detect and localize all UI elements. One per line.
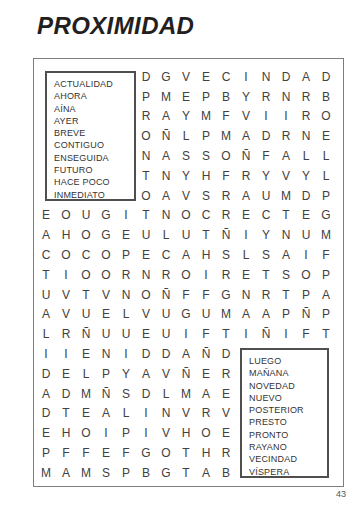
letter-cell: B (216, 463, 236, 483)
letter-cell: Ñ (236, 146, 256, 166)
letter-cell: I (56, 265, 76, 285)
letter-cell: L (236, 245, 256, 265)
letter-cell: U (196, 305, 216, 325)
letter-cell: U (76, 305, 96, 325)
letter-cell: N (156, 166, 176, 186)
letter-cell: D (136, 384, 156, 404)
letter-cell: I (96, 423, 116, 443)
letter-cell: A (36, 225, 56, 245)
letter-cell: L (156, 384, 176, 404)
letter-cell: D (296, 186, 316, 206)
letter-cell: Y (296, 166, 316, 186)
letter-cell: A (196, 384, 216, 404)
letter-cell: C (156, 245, 176, 265)
word-list-top: ACTUALIDADAHORAAÍNAAYERBREVECONTIGUOENSE… (47, 73, 134, 201)
letter-cell: H (56, 423, 76, 443)
letter-cell: F (176, 285, 196, 305)
letter-cell: R (296, 87, 316, 107)
letter-cell: U (156, 324, 176, 344)
letter-cell: N (276, 87, 296, 107)
letter-cell: L (316, 146, 336, 166)
letter-cell: O (316, 107, 336, 127)
letter-cell: H (56, 225, 76, 245)
letter-cell: I (276, 324, 296, 344)
word-list-item: FUTURO (54, 164, 134, 176)
letter-cell: R (256, 285, 276, 305)
letter-cell: T (316, 324, 336, 344)
letter-cell: U (116, 324, 136, 344)
letter-cell: O (136, 186, 156, 206)
letter-cell: O (96, 245, 116, 265)
letter-cell: M (36, 463, 56, 483)
letter-cell: E (96, 443, 116, 463)
letter-cell: N (156, 404, 176, 424)
letter-cell: P (196, 126, 216, 146)
letter-cell: U (76, 206, 96, 226)
letter-cell: I (36, 344, 56, 364)
letter-cell: F (216, 107, 236, 127)
letter-cell: G (96, 206, 116, 226)
letter-cell: V (56, 305, 76, 325)
letter-cell: R (256, 87, 276, 107)
word-list-item: ENSEGUIDA (54, 152, 134, 164)
letter-cell: R (216, 186, 236, 206)
letter-cell: U (176, 225, 196, 245)
word-list-item: INMEDIATO (54, 189, 134, 201)
letter-cell: O (196, 423, 216, 443)
letter-cell: O (76, 423, 96, 443)
letter-cell: A (316, 285, 336, 305)
letter-cell: Ñ (156, 126, 176, 146)
letter-cell: N (296, 126, 316, 146)
letter-cell: R (216, 443, 236, 463)
letter-cell: R (56, 324, 76, 344)
letter-cell: U (136, 225, 156, 245)
letter-cell: V (156, 364, 176, 384)
letter-cell: R (216, 206, 236, 226)
letter-cell: B (316, 87, 336, 107)
word-list-item: AÍNA (54, 103, 134, 115)
letter-cell: S (96, 463, 116, 483)
letter-cell: A (236, 186, 256, 206)
letter-cell: E (116, 225, 136, 245)
letter-cell: U (256, 186, 276, 206)
letter-cell: E (76, 404, 96, 424)
letter-cell: N (276, 225, 296, 245)
letter-cell: I (116, 344, 136, 364)
letter-cell: P (116, 245, 136, 265)
letter-cell: E (316, 126, 336, 146)
letter-cell: F (216, 166, 236, 186)
letter-cell: T (196, 225, 216, 245)
letter-cell: M (76, 463, 96, 483)
letter-cell: V (216, 404, 236, 424)
letter-cell: I (136, 423, 156, 443)
letter-cell: N (236, 285, 256, 305)
word-list-box-top-left: ACTUALIDADAHORAAÍNAAYERBREVECONTIGUOENSE… (45, 71, 136, 201)
letter-cell: R (296, 107, 316, 127)
letter-cell: E (196, 364, 216, 384)
letter-cell: V (176, 67, 196, 87)
letter-cell: D (36, 404, 56, 424)
word-list-item: LUEGO (249, 355, 327, 367)
letter-cell: P (116, 463, 136, 483)
letter-cell: E (216, 423, 236, 443)
letter-cell: S (216, 245, 236, 265)
letter-cell: L (296, 146, 316, 166)
letter-cell: O (56, 206, 76, 226)
letter-cell: R (236, 166, 256, 186)
letter-cell: L (316, 166, 336, 186)
letter-cell: M (316, 225, 336, 245)
letter-cell: O (76, 265, 96, 285)
letter-cell: Y (176, 166, 196, 186)
letter-cell: N (136, 146, 156, 166)
word-list-item: CONTIGUO (54, 139, 134, 151)
letter-cell: P (116, 423, 136, 443)
letter-cell: I (196, 265, 216, 285)
letter-cell: U (296, 225, 316, 245)
letter-cell: T (176, 443, 196, 463)
letter-cell: T (76, 285, 96, 305)
letter-cell: M (76, 384, 96, 404)
letter-cell: M (216, 126, 236, 146)
letter-cell: I (236, 225, 256, 245)
letter-cell: G (216, 285, 236, 305)
letter-cell: Y (256, 225, 276, 245)
letter-cell: Ñ (96, 384, 116, 404)
word-search-board: DGVECINDADPMEPBYRNRBRAYMFVIIROOÑLPMADRNE… (33, 58, 344, 487)
letter-cell: P (316, 186, 336, 206)
letter-cell: P (96, 364, 116, 384)
letter-cell: M (276, 186, 296, 206)
letter-cell: R (196, 404, 216, 424)
letter-cell: E (216, 384, 236, 404)
letter-cell: O (156, 443, 176, 463)
letter-cell: V (56, 285, 76, 305)
letter-cell: G (156, 67, 176, 87)
letter-cell: C (36, 245, 56, 265)
letter-cell: N (116, 285, 136, 305)
word-list-item: MAÑANA (249, 367, 327, 379)
letter-cell: O (176, 265, 196, 285)
letter-cell: P (276, 305, 296, 325)
letter-cell: Ñ (256, 324, 276, 344)
letter-cell: A (156, 146, 176, 166)
letter-cell: I (276, 107, 296, 127)
letter-cell: Y (256, 166, 276, 186)
word-list-item: RAYANO (249, 441, 327, 453)
letter-cell: A (276, 146, 296, 166)
letter-cell: G (156, 463, 176, 483)
letter-cell: G (136, 443, 156, 463)
word-list-item: POSTERIOR (249, 404, 327, 416)
letter-cell: Ñ (296, 305, 316, 325)
letter-cell: A (36, 384, 56, 404)
letter-cell: F (256, 146, 276, 166)
letter-cell: L (176, 126, 196, 146)
letter-cell: A (56, 463, 76, 483)
letter-cell: D (156, 344, 176, 364)
letter-cell: U (36, 285, 56, 305)
letter-cell: R (156, 265, 176, 285)
letter-cell: R (136, 107, 156, 127)
letter-cell: D (216, 344, 236, 364)
letter-cell: V (176, 404, 196, 424)
letter-cell: P (196, 87, 216, 107)
letter-cell: T (136, 206, 156, 226)
letter-cell: I (136, 404, 156, 424)
word-list-item: HACE POCO (54, 176, 134, 188)
letter-cell: M (156, 87, 176, 107)
word-list-item: AYER (54, 115, 134, 127)
letter-cell: F (196, 324, 216, 344)
word-list-item: NOVEDAD (249, 380, 327, 392)
letter-cell: I (116, 206, 136, 226)
letter-cell: F (196, 285, 216, 305)
letter-cell: D (56, 384, 76, 404)
letter-cell: S (176, 146, 196, 166)
letter-cell: A (256, 305, 276, 325)
letter-cell: D (136, 67, 156, 87)
letter-cell: F (296, 324, 316, 344)
letter-cell: O (176, 206, 196, 226)
letter-cell: U (156, 305, 176, 325)
letter-cell: T (136, 166, 156, 186)
letter-cell: E (236, 265, 256, 285)
letter-cell: H (196, 166, 216, 186)
letter-cell: A (276, 245, 296, 265)
letter-cell: T (36, 265, 56, 285)
letter-cell: B (136, 463, 156, 483)
letter-cell: Ñ (156, 285, 176, 305)
letter-cell: A (136, 364, 156, 384)
letter-cell: E (196, 67, 216, 87)
letter-cell: R (116, 265, 136, 285)
letter-cell: P (36, 443, 56, 463)
letter-cell: I (256, 107, 276, 127)
letter-cell: I (236, 67, 256, 87)
letter-cell: A (196, 463, 216, 483)
letter-cell: C (216, 67, 236, 87)
letter-cell: N (96, 344, 116, 364)
letter-cell: V (156, 423, 176, 443)
letter-cell: L (156, 225, 176, 245)
word-list-item: AHORA (54, 90, 134, 102)
letter-cell: E (136, 245, 156, 265)
letter-cell: E (136, 324, 156, 344)
letter-cell: Ñ (76, 324, 96, 344)
word-list-item: ACTUALIDAD (54, 78, 134, 90)
word-list-item: PRONTO (249, 429, 327, 441)
letter-cell: E (56, 364, 76, 384)
letter-cell: O (296, 265, 316, 285)
letter-cell: M (216, 305, 236, 325)
letter-cell: B (216, 87, 236, 107)
letter-cell: G (96, 225, 116, 245)
letter-cell: H (176, 423, 196, 443)
letter-cell: Y (176, 107, 196, 127)
letter-cell: R (216, 265, 236, 285)
letter-cell: A (296, 67, 316, 87)
letter-cell: S (196, 146, 216, 166)
letter-cell: A (176, 344, 196, 364)
letter-cell: F (116, 443, 136, 463)
letter-cell: S (256, 245, 276, 265)
letter-cell: D (36, 364, 56, 384)
letter-cell: E (76, 344, 96, 364)
letter-cell: T (216, 324, 236, 344)
letter-cell: V (176, 186, 196, 206)
puzzle-title: PROXIMIDAD (37, 12, 194, 40)
letter-cell: O (136, 126, 156, 146)
letter-cell: S (196, 186, 216, 206)
letter-cell: E (176, 87, 196, 107)
letter-cell: G (316, 206, 336, 226)
letter-cell: I (296, 245, 316, 265)
letter-cell: I (56, 344, 76, 364)
letter-cell: A (176, 245, 196, 265)
letter-cell: P (296, 285, 316, 305)
letter-cell: I (176, 324, 196, 344)
letter-cell: P (316, 305, 336, 325)
letter-cell: E (36, 423, 56, 443)
letter-cell: C (76, 245, 96, 265)
letter-cell: N (136, 265, 156, 285)
letter-cell: E (296, 206, 316, 226)
letter-cell: L (76, 364, 96, 384)
letter-cell: G (176, 305, 196, 325)
letter-cell: D (316, 67, 336, 87)
letter-cell: Y (116, 364, 136, 384)
page-number: 43 (326, 489, 346, 499)
word-list-box-bottom-right: LUEGOMAÑANANOVEDADNUEVOPOSTERIORPRESTOPR… (240, 348, 329, 478)
letter-cell: O (136, 285, 156, 305)
letter-cell: Ñ (216, 225, 236, 245)
letter-cell: L (36, 324, 56, 344)
letter-cell: C (256, 206, 276, 226)
letter-cell: V (276, 166, 296, 186)
word-list-item: VECINDAD (249, 453, 327, 465)
letter-cell: P (136, 87, 156, 107)
letter-cell: F (76, 443, 96, 463)
letter-cell: O (56, 245, 76, 265)
letter-cell: N (156, 206, 176, 226)
letter-cell: U (96, 324, 116, 344)
letter-cell: Ñ (176, 364, 196, 384)
letter-cell: S (116, 384, 136, 404)
letter-cell: E (96, 305, 116, 325)
letter-cell: A (156, 107, 176, 127)
letter-cell: L (116, 305, 136, 325)
letter-cell: I (236, 324, 256, 344)
letter-cell: A (96, 404, 116, 424)
letter-cell: L (116, 404, 136, 424)
letter-cell: M (196, 107, 216, 127)
word-list-item: BREVE (54, 127, 134, 139)
letter-cell: M (176, 384, 196, 404)
letter-cell: S (276, 265, 296, 285)
letter-cell: T (176, 463, 196, 483)
word-list-item: VÍSPERA (249, 466, 327, 478)
letter-cell: A (36, 305, 56, 325)
letter-cell: E (36, 206, 56, 226)
letter-cell: V (96, 285, 116, 305)
letter-cell: T (276, 285, 296, 305)
letter-cell: P (316, 265, 336, 285)
letter-cell: E (236, 206, 256, 226)
letter-cell: O (216, 146, 236, 166)
letter-cell: Y (236, 87, 256, 107)
letter-cell: O (76, 225, 96, 245)
letter-cell: O (96, 265, 116, 285)
letter-cell: R (216, 364, 236, 384)
letter-cell: Ñ (196, 344, 216, 364)
letter-cell: F (56, 443, 76, 463)
letter-cell: V (136, 305, 156, 325)
letter-cell: A (236, 305, 256, 325)
letter-cell: T (256, 265, 276, 285)
letter-cell: D (276, 67, 296, 87)
word-list-bottom: LUEGOMAÑANANOVEDADNUEVOPOSTERIORPRESTOPR… (242, 350, 327, 478)
letter-cell: N (256, 67, 276, 87)
letter-cell: T (276, 206, 296, 226)
letter-cell: F (316, 245, 336, 265)
letter-cell: C (196, 206, 216, 226)
letter-cell: R (276, 126, 296, 146)
letter-cell: A (156, 186, 176, 206)
letter-cell: T (56, 404, 76, 424)
letter-cell: A (236, 126, 256, 146)
word-list-item: PRESTO (249, 416, 327, 428)
letter-cell: D (136, 344, 156, 364)
letter-cell: H (196, 443, 216, 463)
letter-cell: H (196, 245, 216, 265)
letter-cell: V (236, 107, 256, 127)
letter-cell: D (256, 126, 276, 146)
word-list-item: NUEVO (249, 392, 327, 404)
